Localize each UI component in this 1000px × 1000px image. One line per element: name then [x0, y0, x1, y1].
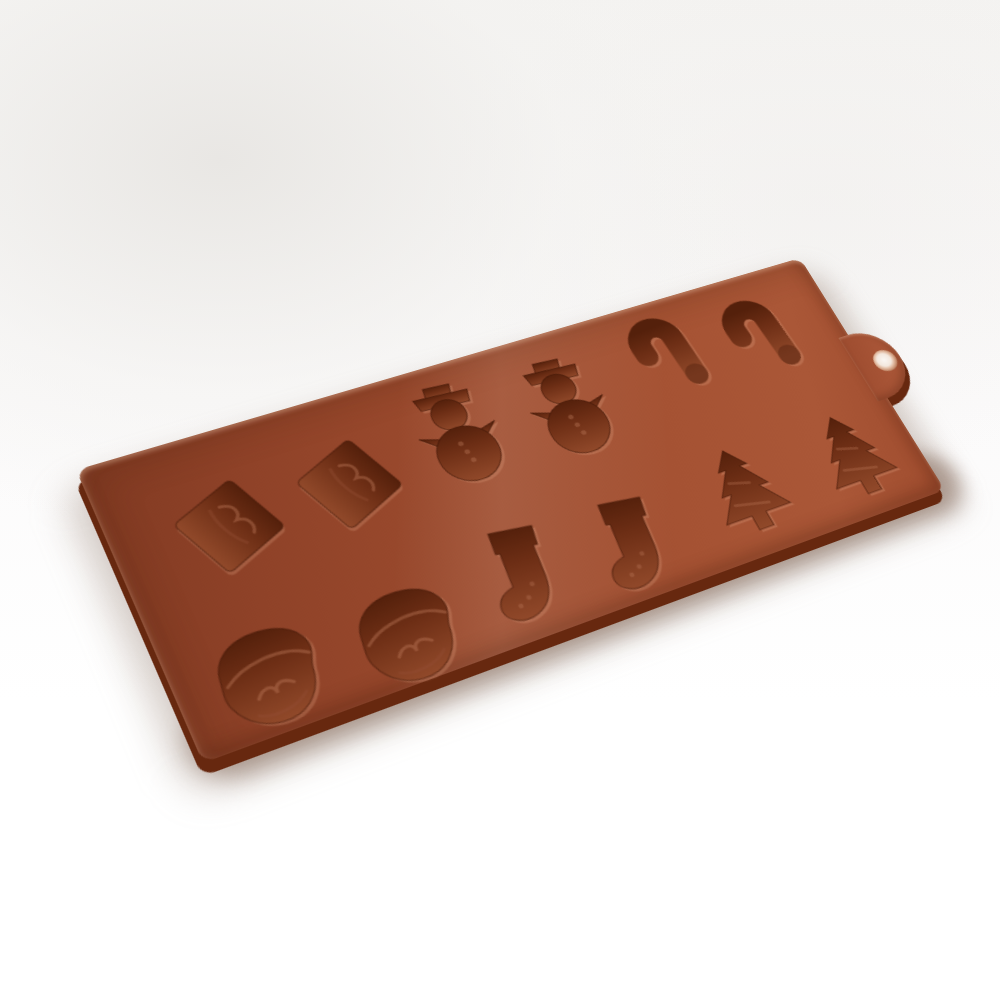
- cavity-christmas-tree-11: [684, 436, 808, 548]
- cavity-stocking-10: [576, 489, 696, 606]
- cavity-gift-box-2: [292, 434, 406, 534]
- cavity-snowman-3: [390, 373, 522, 494]
- cavity-stocking-9: [464, 517, 586, 638]
- cavity-christmas-tree-12: [793, 403, 914, 510]
- product-photo: { "scene": { "type": "product-photograph…: [0, 0, 1000, 1000]
- cavity-candy-cane-5: [606, 301, 720, 402]
- cavity-candy-cane-6: [700, 284, 812, 382]
- cavity-snowman-4: [502, 349, 631, 466]
- cavity-gift-box-1: [168, 474, 290, 577]
